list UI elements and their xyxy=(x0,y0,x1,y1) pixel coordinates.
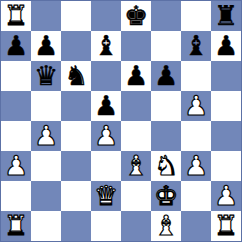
piece-black-queen: ♛ xyxy=(34,62,58,89)
piece-white-bishop: ♝ xyxy=(124,152,148,179)
square-f7[interactable] xyxy=(151,31,181,61)
square-a3[interactable]: ♟ xyxy=(1,151,31,181)
piece-white-rook: ♜ xyxy=(4,212,28,239)
square-h3[interactable] xyxy=(211,151,241,181)
chess-board: ♜♚♜♟♟♝♝♟♛♞♟♟♟♟♟♟♟♝♞♟♛♚♟♜♝♜ xyxy=(0,0,242,242)
piece-white-bishop: ♝ xyxy=(154,212,178,239)
piece-black-knight: ♞ xyxy=(64,62,88,89)
piece-white-pawn: ♟ xyxy=(4,152,28,179)
piece-black-pawn: ♟ xyxy=(124,62,148,89)
square-f5[interactable] xyxy=(151,91,181,121)
piece-black-pawn: ♟ xyxy=(34,32,58,59)
square-f6[interactable]: ♟ xyxy=(151,61,181,91)
square-a4[interactable] xyxy=(1,121,31,151)
piece-black-bishop: ♝ xyxy=(94,32,118,59)
piece-white-pawn: ♟ xyxy=(34,122,58,149)
square-d1[interactable] xyxy=(91,211,121,241)
square-b2[interactable] xyxy=(31,181,61,211)
piece-white-pawn: ♟ xyxy=(184,92,208,119)
square-b4[interactable]: ♟ xyxy=(31,121,61,151)
piece-white-knight: ♞ xyxy=(154,152,178,179)
square-e5[interactable] xyxy=(121,91,151,121)
square-d4[interactable]: ♟ xyxy=(91,121,121,151)
square-c8[interactable] xyxy=(61,1,91,31)
square-a2[interactable] xyxy=(1,181,31,211)
square-d5[interactable]: ♟ xyxy=(91,91,121,121)
square-c3[interactable] xyxy=(61,151,91,181)
square-g3[interactable]: ♟ xyxy=(181,151,211,181)
piece-black-pawn: ♟ xyxy=(214,32,238,59)
square-g7[interactable]: ♝ xyxy=(181,31,211,61)
square-c2[interactable] xyxy=(61,181,91,211)
square-f2[interactable]: ♚ xyxy=(151,181,181,211)
square-c4[interactable] xyxy=(61,121,91,151)
square-g5[interactable]: ♟ xyxy=(181,91,211,121)
square-d7[interactable]: ♝ xyxy=(91,31,121,61)
square-e4[interactable] xyxy=(121,121,151,151)
square-f4[interactable] xyxy=(151,121,181,151)
square-a7[interactable]: ♟ xyxy=(1,31,31,61)
square-e8[interactable]: ♚ xyxy=(121,1,151,31)
square-d2[interactable]: ♛ xyxy=(91,181,121,211)
square-g4[interactable] xyxy=(181,121,211,151)
piece-black-pawn: ♟ xyxy=(4,32,28,59)
piece-black-pawn: ♟ xyxy=(94,92,118,119)
square-e3[interactable]: ♝ xyxy=(121,151,151,181)
square-b3[interactable] xyxy=(31,151,61,181)
square-g6[interactable] xyxy=(181,61,211,91)
square-b6[interactable]: ♛ xyxy=(31,61,61,91)
square-f8[interactable] xyxy=(151,1,181,31)
square-b5[interactable] xyxy=(31,91,61,121)
square-h4[interactable] xyxy=(211,121,241,151)
piece-white-pawn: ♟ xyxy=(214,182,238,209)
square-c5[interactable] xyxy=(61,91,91,121)
square-g2[interactable] xyxy=(181,181,211,211)
square-b8[interactable] xyxy=(31,1,61,31)
square-e1[interactable] xyxy=(121,211,151,241)
square-h6[interactable] xyxy=(211,61,241,91)
square-c1[interactable] xyxy=(61,211,91,241)
square-e2[interactable] xyxy=(121,181,151,211)
square-c6[interactable]: ♞ xyxy=(61,61,91,91)
square-d8[interactable] xyxy=(91,1,121,31)
square-h1[interactable]: ♜ xyxy=(211,211,241,241)
square-f1[interactable]: ♝ xyxy=(151,211,181,241)
square-d6[interactable] xyxy=(91,61,121,91)
square-h2[interactable]: ♟ xyxy=(211,181,241,211)
square-g1[interactable] xyxy=(181,211,211,241)
piece-white-rook: ♜ xyxy=(214,212,238,239)
piece-black-bishop: ♝ xyxy=(184,32,208,59)
square-h7[interactable]: ♟ xyxy=(211,31,241,61)
square-c7[interactable] xyxy=(61,31,91,61)
square-a8[interactable]: ♜ xyxy=(1,1,31,31)
piece-white-king: ♚ xyxy=(154,182,178,209)
square-d3[interactable] xyxy=(91,151,121,181)
piece-white-pawn: ♟ xyxy=(94,122,118,149)
square-h5[interactable] xyxy=(211,91,241,121)
piece-white-rook: ♜ xyxy=(4,2,28,29)
square-g8[interactable] xyxy=(181,1,211,31)
square-a6[interactable] xyxy=(1,61,31,91)
piece-black-rook: ♜ xyxy=(214,2,238,29)
square-a1[interactable]: ♜ xyxy=(1,211,31,241)
piece-black-king: ♚ xyxy=(124,2,148,29)
square-e7[interactable] xyxy=(121,31,151,61)
square-b7[interactable]: ♟ xyxy=(31,31,61,61)
piece-black-pawn: ♟ xyxy=(154,62,178,89)
square-a5[interactable] xyxy=(1,91,31,121)
square-e6[interactable]: ♟ xyxy=(121,61,151,91)
square-b1[interactable] xyxy=(31,211,61,241)
piece-white-pawn: ♟ xyxy=(184,152,208,179)
square-f3[interactable]: ♞ xyxy=(151,151,181,181)
square-h8[interactable]: ♜ xyxy=(211,1,241,31)
piece-white-queen: ♛ xyxy=(94,182,118,209)
